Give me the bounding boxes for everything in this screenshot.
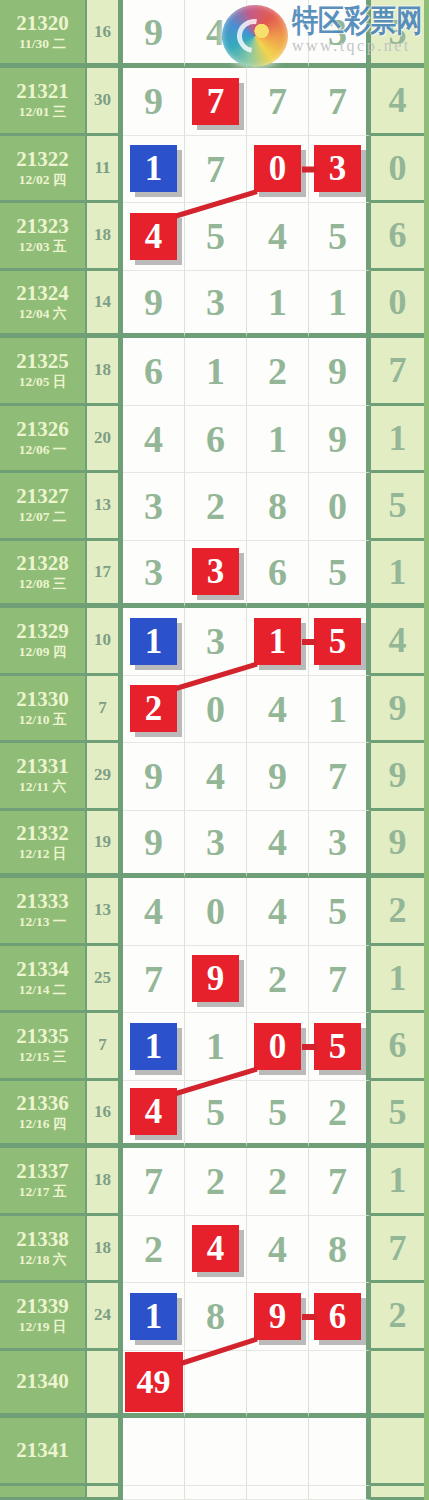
digit-value: 4 [268, 1230, 287, 1268]
feature-cell: 2 [371, 878, 424, 946]
draw-row: 2132412/04 六1493110 [0, 271, 429, 339]
draw-row: 2132212/02 四1117030 [0, 136, 429, 204]
sum-value: 13 [94, 900, 111, 920]
digit-cell: 4 [123, 406, 185, 474]
digit-cell: 9 [123, 68, 185, 136]
period-cell: 2132712/07 二 [0, 473, 87, 541]
feature-value: 6 [389, 1027, 407, 1063]
draw-date: 12/06 一 [19, 442, 67, 458]
period-number: 21332 [16, 822, 69, 845]
digit-cell [309, 1486, 371, 1500]
lottery-trend-chart: 2132011/30 二16940352132112/01 三309777421… [0, 0, 429, 1500]
period-number: 21334 [16, 958, 69, 981]
period-cell: 21341 [0, 1418, 87, 1486]
digit-cell: 8 [309, 1216, 371, 1284]
digit-value: 2 [268, 1162, 287, 1200]
digit-value: 4 [268, 823, 287, 861]
digit-cell: 5 [309, 608, 371, 676]
feature-cell: 6 [371, 1013, 424, 1081]
feature-cell: 4 [371, 608, 424, 676]
digit-value: 2 [144, 1230, 163, 1268]
digit-value: 5 [328, 217, 347, 255]
period-cell: 2132011/30 二 [0, 0, 87, 68]
period-number: 21331 [16, 755, 69, 778]
digit-value: 8 [206, 1297, 225, 1335]
digit-cell: 4 [185, 1216, 247, 1284]
digit-cell: 1 [123, 608, 185, 676]
digit-cell: 9 [123, 811, 185, 879]
digit-value: 9 [268, 757, 287, 795]
period-cell: 2133812/18 六 [0, 1216, 87, 1284]
digit-value: 1 [268, 420, 287, 458]
highlight-red-box: 9 [192, 955, 239, 1002]
feature-cell [371, 1418, 424, 1486]
digit-value: 6 [268, 553, 287, 591]
digit-cell [247, 1351, 309, 1419]
feature-value: 5 [389, 1094, 407, 1130]
digit-cell: 9 [247, 743, 309, 811]
period-cell: 2132112/01 三 [0, 68, 87, 136]
digit-value: 5 [268, 1093, 287, 1131]
draw-row: 2133812/18 六1824487 [0, 1216, 429, 1284]
digit-value: 0 [268, 13, 287, 51]
period-number: 21341 [16, 1439, 69, 1462]
digit-cell: 0 [185, 878, 247, 946]
digit-cell: 4 [247, 1216, 309, 1284]
digit-cell: 4 [247, 878, 309, 946]
digit-cell: 1 [247, 608, 309, 676]
prediction-box: 49 [125, 1352, 183, 1412]
feature-value: 1 [389, 554, 407, 590]
highlight-blue-box: 1 [130, 1023, 177, 1070]
digit-value: 2 [206, 1162, 225, 1200]
digit-cell: 4 [123, 203, 185, 271]
sum-value: 18 [94, 1170, 111, 1190]
draw-date: 12/11 六 [19, 779, 66, 795]
sum-cell: 16 [87, 1081, 123, 1149]
feature-cell: 7 [371, 1216, 424, 1284]
digit-value: 0 [206, 892, 225, 930]
digit-value: 4 [268, 892, 287, 930]
highlight-red-box: 0 [254, 1023, 301, 1070]
feature-value: 7 [389, 1230, 407, 1266]
period-number: 21339 [16, 1295, 69, 1318]
feature-cell: 7 [371, 338, 424, 406]
digit-cell: 1 [123, 1283, 185, 1351]
highlight-blue-box: 1 [130, 145, 177, 192]
digit-cell: 2 [185, 473, 247, 541]
period-number: 21336 [16, 1092, 69, 1115]
feature-value: 1 [389, 1162, 407, 1198]
digit-cell: 0 [309, 473, 371, 541]
digit-value: 7 [328, 960, 347, 998]
digit-cell [309, 1418, 371, 1486]
digit-cell: 8 [185, 1283, 247, 1351]
digit-value: 5 [206, 1093, 225, 1131]
digit-cell: 2 [309, 1081, 371, 1149]
digit-value: 2 [268, 352, 287, 390]
draw-row: 2132812/08 三1733651 [0, 541, 429, 609]
digit-cell: 0 [247, 1013, 309, 1081]
draw-date: 12/05 日 [19, 374, 67, 390]
feature-cell: 9 [371, 743, 424, 811]
sum-cell: 30 [87, 68, 123, 136]
digit-value: 2 [206, 487, 225, 525]
digit-value: 4 [268, 690, 287, 728]
digit-cell: 2 [123, 1216, 185, 1284]
highlight-blue-box: 1 [130, 1293, 177, 1340]
feature-value: 6 [389, 217, 407, 253]
sum-cell: 29 [87, 743, 123, 811]
feature-cell: 9 [371, 811, 424, 879]
digit-cell: 2 [123, 676, 185, 744]
digit-cell: 2 [247, 338, 309, 406]
feature-cell [371, 1351, 424, 1419]
feature-cell: 9 [371, 676, 424, 744]
digit-value: 8 [268, 487, 287, 525]
draw-row: 2133012/10 五720419 [0, 676, 429, 744]
draw-row: 2132612/06 一2046191 [0, 406, 429, 474]
digit-cell: 9 [185, 946, 247, 1014]
period-number: 21335 [16, 1025, 69, 1048]
sum-value: 11 [94, 158, 110, 178]
digit-value: 9 [328, 420, 347, 458]
draw-date: 12/09 四 [19, 644, 67, 660]
digit-cell [185, 1486, 247, 1500]
sum-cell [87, 1351, 123, 1419]
draw-date: 12/16 四 [19, 1116, 67, 1132]
sum-value: 7 [98, 1035, 107, 1055]
feature-value: 9 [389, 757, 407, 793]
digit-value: 5 [328, 553, 347, 591]
digit-value: 9 [144, 13, 163, 51]
digit-cell: 2 [247, 946, 309, 1014]
sum-cell: 18 [87, 203, 123, 271]
feature-cell: 5 [371, 473, 424, 541]
digit-value: 9 [328, 352, 347, 390]
digit-cell: 2 [185, 1148, 247, 1216]
digit-cell: 5 [309, 1013, 371, 1081]
draw-date: 12/13 一 [19, 914, 67, 930]
digit-cell [123, 1418, 185, 1486]
draw-date: 12/18 六 [19, 1252, 67, 1268]
digit-value: 4 [268, 217, 287, 255]
period-cell: 2132412/04 六 [0, 271, 87, 339]
feature-cell: 1 [371, 541, 424, 609]
period-number: 21324 [16, 282, 69, 305]
draw-row: 2133412/14 二2579271 [0, 946, 429, 1014]
period-cell: 2133312/13 一 [0, 878, 87, 946]
digit-cell: 3 [185, 811, 247, 879]
sum-cell: 18 [87, 338, 123, 406]
highlight-red-box: 3 [192, 548, 239, 595]
period-number: 21327 [16, 485, 69, 508]
digit-value: 1 [328, 283, 347, 321]
sum-cell: 13 [87, 473, 123, 541]
period-cell: 2132212/02 四 [0, 136, 87, 204]
digit-cell: 9 [247, 1283, 309, 1351]
digit-cell: 4 [247, 811, 309, 879]
digit-cell: 7 [309, 946, 371, 1014]
digit-cell: 8 [247, 473, 309, 541]
sum-cell: 24 [87, 1283, 123, 1351]
sum-value: 25 [94, 968, 111, 988]
digit-cell: 1 [185, 1013, 247, 1081]
digit-value: 3 [328, 823, 347, 861]
feature-cell [371, 1486, 424, 1500]
sum-value: 18 [94, 225, 111, 245]
feature-value: 5 [389, 487, 407, 523]
digit-cell: 3 [123, 473, 185, 541]
feature-value: 5 [389, 14, 407, 50]
draw-row: 2133512/15 三711056 [0, 1013, 429, 1081]
digit-cell: 3 [123, 541, 185, 609]
digit-cell: 5 [185, 203, 247, 271]
draw-row: 2133212/12 日1993439 [0, 811, 429, 879]
digit-value: 0 [328, 487, 347, 525]
feature-cell: 5 [371, 0, 424, 68]
digit-cell: 4 [247, 203, 309, 271]
digit-cell: 7 [309, 68, 371, 136]
digit-value: 7 [206, 150, 225, 188]
draw-row [0, 1486, 429, 1500]
digit-cell: 9 [309, 338, 371, 406]
digit-value: 4 [206, 13, 225, 51]
feature-value: 7 [389, 352, 407, 388]
digit-cell: 3 [309, 136, 371, 204]
draw-row: 2132712/07 二1332805 [0, 473, 429, 541]
sum-value: 14 [94, 292, 111, 312]
digit-cell: 4 [185, 743, 247, 811]
digit-value: 1 [206, 352, 225, 390]
digit-value: 1 [268, 283, 287, 321]
sum-value: 20 [94, 428, 111, 448]
period-cell: 2133712/17 五 [0, 1148, 87, 1216]
draw-date: 12/12 日 [19, 846, 67, 862]
digit-value: 7 [144, 960, 163, 998]
sum-value: 10 [94, 630, 111, 650]
digit-value: 9 [144, 283, 163, 321]
draw-row: 2132312/03 五1845456 [0, 203, 429, 271]
period-cell: 2132812/08 三 [0, 541, 87, 609]
highlight-red-box: 3 [314, 145, 361, 192]
highlight-red-box: 6 [314, 1293, 361, 1340]
digit-cell: 7 [247, 68, 309, 136]
sum-cell: 11 [87, 136, 123, 204]
period-cell: 2133412/14 二 [0, 946, 87, 1014]
sum-cell: 14 [87, 271, 123, 339]
period-number: 21321 [16, 80, 69, 103]
digit-value: 7 [268, 82, 287, 120]
digit-value: 0 [206, 690, 225, 728]
sum-cell [87, 1418, 123, 1486]
period-cell: 2133612/16 四 [0, 1081, 87, 1149]
period-number: 21328 [16, 552, 69, 575]
sum-cell: 25 [87, 946, 123, 1014]
feature-value: 1 [389, 960, 407, 996]
digit-cell: 6 [185, 406, 247, 474]
digit-value: 4 [144, 420, 163, 458]
sum-value: 17 [94, 562, 111, 582]
digit-value: 1 [328, 690, 347, 728]
period-number: 21337 [16, 1160, 69, 1183]
sum-cell: 18 [87, 1216, 123, 1284]
digit-value: 7 [328, 1162, 347, 1200]
feature-cell: 6 [371, 203, 424, 271]
period-number: 21326 [16, 418, 69, 441]
digit-cell: 49 [123, 1351, 185, 1419]
digit-value: 2 [268, 960, 287, 998]
highlight-red-box: 4 [192, 1225, 239, 1272]
sum-cell: 20 [87, 406, 123, 474]
digit-cell [123, 1486, 185, 1500]
digit-value: 3 [144, 487, 163, 525]
digit-cell: 6 [247, 541, 309, 609]
digit-cell: 7 [123, 1148, 185, 1216]
draw-date: 12/19 日 [19, 1319, 67, 1335]
draw-date: 12/03 五 [19, 239, 67, 255]
period-cell: 21340 [0, 1351, 87, 1419]
draw-row: 2132912/09 四1013154 [0, 608, 429, 676]
sum-value: 24 [94, 1305, 111, 1325]
period-number: 21320 [16, 12, 69, 35]
draw-row: 2133112/11 六2994979 [0, 743, 429, 811]
period-number: 21333 [16, 890, 69, 913]
draw-date: 12/04 六 [19, 306, 67, 322]
draw-date: 12/15 三 [19, 1049, 67, 1065]
period-number: 21323 [16, 215, 69, 238]
digit-cell: 9 [123, 743, 185, 811]
sum-cell: 10 [87, 608, 123, 676]
highlight-red-box: 7 [192, 78, 239, 125]
feature-cell: 4 [371, 68, 424, 136]
period-cell: 2133912/19 日 [0, 1283, 87, 1351]
digit-cell: 5 [309, 541, 371, 609]
sum-cell [87, 1486, 123, 1500]
digit-value: 3 [206, 622, 225, 660]
digit-cell: 9 [123, 271, 185, 339]
period-cell: 2133512/15 三 [0, 1013, 87, 1081]
digit-value: 9 [144, 823, 163, 861]
digit-cell: 1 [247, 406, 309, 474]
period-cell: 2133012/10 五 [0, 676, 87, 744]
digit-value: 7 [328, 82, 347, 120]
sum-value: 30 [94, 90, 111, 110]
feature-value: 9 [389, 690, 407, 726]
highlight-blue-box: 1 [130, 618, 177, 665]
digit-cell: 6 [123, 338, 185, 406]
digit-value: 3 [144, 553, 163, 591]
digit-cell: 4 [247, 676, 309, 744]
draw-date: 12/01 三 [19, 104, 67, 120]
digit-cell: 7 [185, 68, 247, 136]
feature-cell: 1 [371, 1148, 424, 1216]
sum-cell: 17 [87, 541, 123, 609]
digit-cell [247, 1486, 309, 1500]
draw-date: 12/08 三 [19, 576, 67, 592]
digit-value: 7 [328, 757, 347, 795]
sum-cell: 13 [87, 878, 123, 946]
digit-cell: 3 [185, 271, 247, 339]
draw-row: 2133712/17 五1872271 [0, 1148, 429, 1216]
digit-cell: 0 [247, 0, 309, 68]
sum-value: 16 [94, 22, 111, 42]
draw-row: 2133612/16 四1645525 [0, 1081, 429, 1149]
draw-date: 12/02 四 [19, 172, 67, 188]
digit-value: 7 [144, 1162, 163, 1200]
digit-cell: 6 [309, 1283, 371, 1351]
feature-value: 0 [389, 284, 407, 320]
digit-cell: 4 [185, 0, 247, 68]
sum-cell: 18 [87, 1148, 123, 1216]
period-cell: 2133212/12 日 [0, 811, 87, 879]
digit-cell: 3 [309, 0, 371, 68]
highlight-red-box: 4 [130, 1088, 177, 1135]
highlight-red-box: 1 [254, 618, 301, 665]
period-number: 21322 [16, 148, 69, 171]
digit-cell: 9 [123, 0, 185, 68]
digit-cell: 7 [309, 743, 371, 811]
digit-value: 3 [328, 13, 347, 51]
period-number: 21329 [16, 620, 69, 643]
draw-date: 12/07 二 [19, 509, 67, 525]
sum-cell: 7 [87, 676, 123, 744]
period-cell [0, 1486, 87, 1500]
sum-cell: 16 [87, 0, 123, 68]
digit-value: 2 [328, 1093, 347, 1131]
feature-value: 4 [389, 82, 407, 118]
digit-value: 3 [206, 283, 225, 321]
period-cell: 2132512/05 日 [0, 338, 87, 406]
highlight-red-box: 0 [254, 145, 301, 192]
period-cell: 2132312/03 五 [0, 203, 87, 271]
feature-cell: 0 [371, 136, 424, 204]
digit-cell: 4 [123, 878, 185, 946]
digit-cell: 1 [123, 1013, 185, 1081]
digit-value: 6 [144, 352, 163, 390]
period-number: 21338 [16, 1228, 69, 1251]
feature-value: 9 [389, 824, 407, 860]
digit-value: 4 [144, 892, 163, 930]
draw-row: 2132011/30 二1694035 [0, 0, 429, 68]
draw-row: 2133912/19 日2418962 [0, 1283, 429, 1351]
digit-cell: 5 [309, 203, 371, 271]
sum-cell: 7 [87, 1013, 123, 1081]
digit-cell: 1 [309, 676, 371, 744]
digit-value: 5 [206, 217, 225, 255]
sum-cell: 19 [87, 811, 123, 879]
digit-value: 5 [328, 892, 347, 930]
draw-date: 11/30 二 [19, 36, 66, 52]
feature-value: 4 [389, 622, 407, 658]
feature-cell: 0 [371, 271, 424, 339]
feature-cell: 1 [371, 946, 424, 1014]
digit-value: 3 [206, 823, 225, 861]
sum-value: 19 [94, 832, 111, 852]
digit-cell: 1 [309, 271, 371, 339]
digit-cell: 5 [247, 1081, 309, 1149]
chart-rows: 2132011/30 二16940352132112/01 三309777421… [0, 0, 429, 1500]
period-number: 21340 [16, 1370, 69, 1393]
digit-cell: 3 [185, 541, 247, 609]
digit-cell: 7 [123, 946, 185, 1014]
draw-row: 2133312/13 一1340452 [0, 878, 429, 946]
feature-value: 0 [389, 150, 407, 186]
feature-value: 2 [389, 1297, 407, 1333]
digit-cell: 1 [247, 271, 309, 339]
digit-cell: 7 [185, 136, 247, 204]
feature-value: 1 [389, 420, 407, 456]
